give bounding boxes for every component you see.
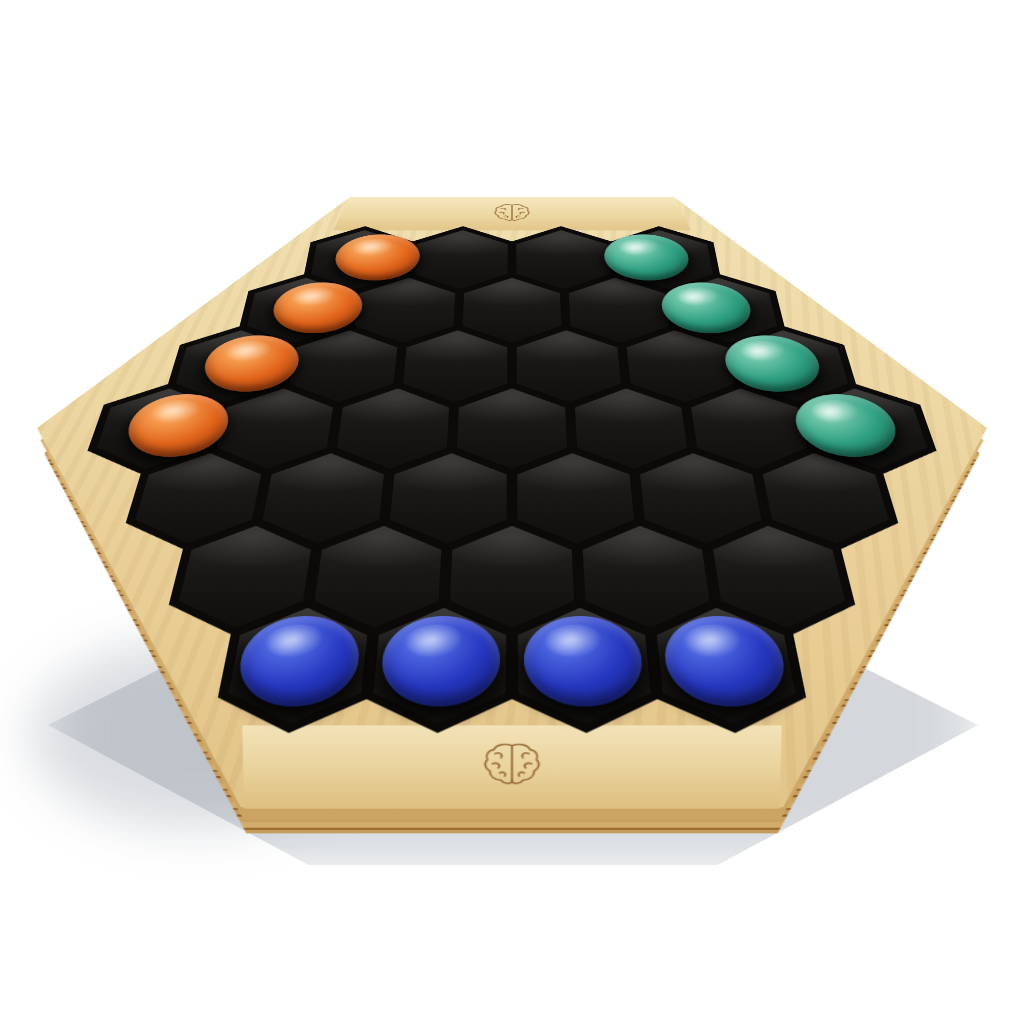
game-board [0,176,1024,871]
board-surface [0,175,1024,870]
brain-logo-icon [493,204,531,222]
brain-logo-icon [482,742,542,787]
product-photo-stage: Three-player hexagonal gem strategy boar… [0,0,1024,1024]
